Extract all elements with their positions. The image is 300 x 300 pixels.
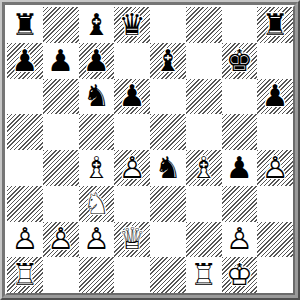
square-d5[interactable] [114, 114, 150, 150]
white-rook-fill-layer: ♜ [186, 257, 222, 293]
square-e1[interactable] [150, 257, 186, 293]
white-pawn-fill-layer: ♟ [7, 222, 43, 258]
square-h2[interactable] [257, 222, 293, 258]
square-e7[interactable]: ♝ [150, 43, 186, 79]
square-b7[interactable]: ♟ [43, 43, 79, 79]
square-f1[interactable]: ♜♖ [186, 257, 222, 293]
square-d2[interactable]: ♛♕ [114, 222, 150, 258]
black-bishop-piece: ♝ [79, 7, 115, 43]
white-bishop-fill-layer: ♝ [79, 150, 115, 186]
square-d1[interactable] [114, 257, 150, 293]
black-knight-piece: ♞ [79, 79, 115, 115]
black-queen-piece: ♛ [114, 7, 150, 43]
black-knight-piece: ♞ [150, 150, 186, 186]
square-h4[interactable]: ♟♙ [257, 150, 293, 186]
square-g8[interactable] [222, 7, 258, 43]
white-pawn-fill-layer: ♟ [79, 222, 115, 258]
chess-board: ♜♝♛♜♟♟♟♝♚♞♟♟♝♗♟♙♞♝♗♟♟♙♞♘♟♙♟♙♟♙♛♕♟♙♜♖♜♖♚♔ [7, 7, 293, 293]
white-bishop-piece: ♗ [79, 150, 115, 186]
black-rook-piece: ♜ [7, 7, 43, 43]
square-a3[interactable] [7, 186, 43, 222]
white-queen-piece: ♕ [114, 222, 150, 258]
square-f2[interactable] [186, 222, 222, 258]
white-pawn-piece: ♙ [114, 150, 150, 186]
board-frame-mid: ♜♝♛♜♟♟♟♝♚♞♟♟♝♗♟♙♞♝♗♟♟♙♞♘♟♙♟♙♟♙♛♕♟♙♜♖♜♖♚♔ [2, 2, 298, 298]
white-knight-fill-layer: ♞ [79, 186, 115, 222]
white-bishop-piece: ♗ [186, 150, 222, 186]
white-queen-fill-layer: ♛ [114, 222, 150, 258]
square-c3[interactable]: ♞♘ [79, 186, 115, 222]
board-frame-inner: ♜♝♛♜♟♟♟♝♚♞♟♟♝♗♟♙♞♝♗♟♟♙♞♘♟♙♟♙♟♙♛♕♟♙♜♖♜♖♚♔ [5, 5, 295, 295]
square-a7[interactable]: ♟ [7, 43, 43, 79]
square-g3[interactable] [222, 186, 258, 222]
square-f8[interactable] [186, 7, 222, 43]
square-a8[interactable]: ♜ [7, 7, 43, 43]
square-c1[interactable] [79, 257, 115, 293]
square-g1[interactable]: ♚♔ [222, 257, 258, 293]
square-c5[interactable] [79, 114, 115, 150]
black-pawn-piece: ♟ [114, 79, 150, 115]
square-d4[interactable]: ♟♙ [114, 150, 150, 186]
square-g6[interactable] [222, 79, 258, 115]
square-h1[interactable] [257, 257, 293, 293]
square-b5[interactable] [43, 114, 79, 150]
square-f3[interactable] [186, 186, 222, 222]
white-knight-piece: ♘ [79, 186, 115, 222]
square-b8[interactable] [43, 7, 79, 43]
white-rook-piece: ♖ [7, 257, 43, 293]
square-d8[interactable]: ♛ [114, 7, 150, 43]
square-h5[interactable] [257, 114, 293, 150]
square-c7[interactable]: ♟ [79, 43, 115, 79]
square-g4[interactable]: ♟ [222, 150, 258, 186]
square-g2[interactable]: ♟♙ [222, 222, 258, 258]
square-e8[interactable] [150, 7, 186, 43]
square-b3[interactable] [43, 186, 79, 222]
black-pawn-piece: ♟ [257, 79, 293, 115]
white-king-fill-layer: ♚ [222, 257, 258, 293]
square-h3[interactable] [257, 186, 293, 222]
white-rook-fill-layer: ♜ [7, 257, 43, 293]
black-pawn-piece: ♟ [43, 43, 79, 79]
square-a6[interactable] [7, 79, 43, 115]
board-frame-outer: ♜♝♛♜♟♟♟♝♚♞♟♟♝♗♟♙♞♝♗♟♟♙♞♘♟♙♟♙♟♙♛♕♟♙♜♖♜♖♚♔ [0, 0, 300, 300]
black-king-piece: ♚ [222, 43, 258, 79]
white-pawn-piece: ♙ [79, 222, 115, 258]
white-pawn-fill-layer: ♟ [43, 222, 79, 258]
square-b4[interactable] [43, 150, 79, 186]
square-g7[interactable]: ♚ [222, 43, 258, 79]
white-bishop-fill-layer: ♝ [186, 150, 222, 186]
square-e4[interactable]: ♞ [150, 150, 186, 186]
white-pawn-piece: ♙ [7, 222, 43, 258]
square-a5[interactable] [7, 114, 43, 150]
square-h8[interactable]: ♜ [257, 7, 293, 43]
square-b2[interactable]: ♟♙ [43, 222, 79, 258]
square-d3[interactable] [114, 186, 150, 222]
square-f4[interactable]: ♝♗ [186, 150, 222, 186]
white-pawn-fill-layer: ♟ [114, 150, 150, 186]
black-bishop-piece: ♝ [150, 43, 186, 79]
white-pawn-piece: ♙ [222, 222, 258, 258]
white-king-piece: ♔ [222, 257, 258, 293]
white-pawn-fill-layer: ♟ [222, 222, 258, 258]
chess-diagram: ♜♝♛♜♟♟♟♝♚♞♟♟♝♗♟♙♞♝♗♟♟♙♞♘♟♙♟♙♟♙♛♕♟♙♜♖♜♖♚♔ [0, 0, 300, 300]
square-h7[interactable] [257, 43, 293, 79]
square-d7[interactable] [114, 43, 150, 79]
black-pawn-piece: ♟ [79, 43, 115, 79]
white-pawn-fill-layer: ♟ [257, 150, 293, 186]
square-h6[interactable]: ♟ [257, 79, 293, 115]
square-c6[interactable]: ♞ [79, 79, 115, 115]
square-e5[interactable] [150, 114, 186, 150]
square-c2[interactable]: ♟♙ [79, 222, 115, 258]
square-a4[interactable] [7, 150, 43, 186]
square-d6[interactable]: ♟ [114, 79, 150, 115]
square-a1[interactable]: ♜♖ [7, 257, 43, 293]
square-b1[interactable] [43, 257, 79, 293]
black-pawn-piece: ♟ [222, 150, 258, 186]
square-f5[interactable] [186, 114, 222, 150]
square-c8[interactable]: ♝ [79, 7, 115, 43]
black-pawn-piece: ♟ [7, 43, 43, 79]
square-b6[interactable] [43, 79, 79, 115]
square-g5[interactable] [222, 114, 258, 150]
square-e2[interactable] [150, 222, 186, 258]
square-f6[interactable] [186, 79, 222, 115]
square-e6[interactable] [150, 79, 186, 115]
square-c4[interactable]: ♝♗ [79, 150, 115, 186]
black-rook-piece: ♜ [257, 7, 293, 43]
white-rook-piece: ♖ [186, 257, 222, 293]
white-pawn-piece: ♙ [43, 222, 79, 258]
square-f7[interactable] [186, 43, 222, 79]
square-a2[interactable]: ♟♙ [7, 222, 43, 258]
square-e3[interactable] [150, 186, 186, 222]
white-pawn-piece: ♙ [257, 150, 293, 186]
